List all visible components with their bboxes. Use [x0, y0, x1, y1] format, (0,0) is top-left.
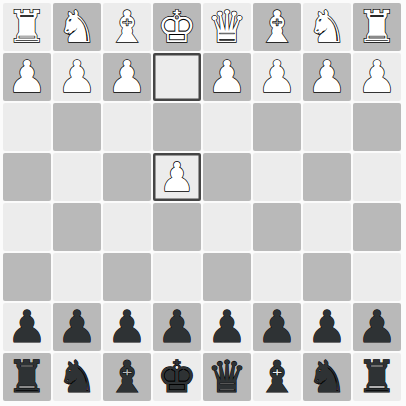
square-c3[interactable]	[253, 103, 301, 151]
square-g4[interactable]	[53, 153, 101, 201]
square-c6[interactable]	[253, 253, 301, 301]
square-a5[interactable]	[353, 203, 401, 251]
square-d4[interactable]	[203, 153, 251, 201]
square-a7[interactable]: ♟	[353, 303, 401, 351]
white-knight: ♞	[57, 3, 96, 51]
square-g6[interactable]	[53, 253, 101, 301]
square-f4[interactable]	[103, 153, 151, 201]
square-d1[interactable]: ♛	[203, 3, 251, 51]
white-bishop: ♝	[107, 3, 146, 51]
square-d7[interactable]: ♟	[203, 303, 251, 351]
square-e5[interactable]	[153, 203, 201, 251]
square-d2[interactable]: ♟	[203, 53, 251, 101]
square-e3[interactable]	[153, 103, 201, 151]
square-d6[interactable]	[203, 253, 251, 301]
square-f7[interactable]: ♟	[103, 303, 151, 351]
square-g8[interactable]: ♞	[53, 353, 101, 401]
square-h3[interactable]	[3, 103, 51, 151]
square-b5[interactable]	[303, 203, 351, 251]
square-f8[interactable]: ♝	[103, 353, 151, 401]
white-king: ♚	[157, 3, 196, 51]
square-c2[interactable]: ♟	[253, 53, 301, 101]
white-rook: ♜	[357, 3, 396, 51]
square-h2[interactable]: ♟	[3, 53, 51, 101]
black-knight: ♞	[57, 353, 96, 401]
square-h8[interactable]: ♜	[3, 353, 51, 401]
square-e6[interactable]	[153, 253, 201, 301]
square-b8[interactable]: ♞	[303, 353, 351, 401]
square-a6[interactable]	[353, 253, 401, 301]
square-e4[interactable]: ♟	[153, 153, 201, 201]
chess-board: ♜♞♝♚♛♝♞♜♟♟♟♟♟♟♟♟♟♟♟♟♟♟♟♟♜♞♝♚♛♝♞♜	[3, 3, 401, 401]
white-pawn: ♟	[107, 53, 146, 101]
square-f3[interactable]	[103, 103, 151, 151]
square-h4[interactable]	[3, 153, 51, 201]
square-d8[interactable]: ♛	[203, 353, 251, 401]
white-knight: ♞	[307, 3, 346, 51]
square-a2[interactable]: ♟	[353, 53, 401, 101]
square-a1[interactable]: ♜	[353, 3, 401, 51]
square-d3[interactable]	[203, 103, 251, 151]
square-g3[interactable]	[53, 103, 101, 151]
square-g1[interactable]: ♞	[53, 3, 101, 51]
square-c5[interactable]	[253, 203, 301, 251]
white-pawn: ♟	[159, 153, 195, 201]
square-f1[interactable]: ♝	[103, 3, 151, 51]
black-pawn: ♟	[307, 303, 346, 351]
square-c4[interactable]	[253, 153, 301, 201]
black-pawn: ♟	[107, 303, 146, 351]
black-queen: ♛	[207, 353, 246, 401]
black-rook: ♜	[7, 353, 46, 401]
white-pawn: ♟	[207, 53, 246, 101]
square-f6[interactable]	[103, 253, 151, 301]
black-bishop: ♝	[107, 353, 146, 401]
white-rook: ♜	[7, 3, 46, 51]
square-b6[interactable]	[303, 253, 351, 301]
square-h5[interactable]	[3, 203, 51, 251]
black-king: ♚	[157, 353, 196, 401]
black-pawn: ♟	[57, 303, 96, 351]
square-h6[interactable]	[3, 253, 51, 301]
square-e7[interactable]: ♟	[153, 303, 201, 351]
white-bishop: ♝	[257, 3, 296, 51]
white-pawn: ♟	[307, 53, 346, 101]
square-b7[interactable]: ♟	[303, 303, 351, 351]
square-e2[interactable]	[153, 53, 201, 101]
white-pawn: ♟	[7, 53, 46, 101]
white-pawn: ♟	[357, 53, 396, 101]
square-a3[interactable]	[353, 103, 401, 151]
black-pawn: ♟	[257, 303, 296, 351]
square-a4[interactable]	[353, 153, 401, 201]
square-f5[interactable]	[103, 203, 151, 251]
square-h7[interactable]: ♟	[3, 303, 51, 351]
square-b1[interactable]: ♞	[303, 3, 351, 51]
white-pawn: ♟	[257, 53, 296, 101]
square-g7[interactable]: ♟	[53, 303, 101, 351]
black-pawn: ♟	[7, 303, 46, 351]
square-d5[interactable]	[203, 203, 251, 251]
square-b2[interactable]: ♟	[303, 53, 351, 101]
black-pawn: ♟	[357, 303, 396, 351]
black-pawn: ♟	[207, 303, 246, 351]
square-g2[interactable]: ♟	[53, 53, 101, 101]
black-bishop: ♝	[257, 353, 296, 401]
square-e1[interactable]: ♚	[153, 3, 201, 51]
square-g5[interactable]	[53, 203, 101, 251]
square-f2[interactable]: ♟	[103, 53, 151, 101]
square-c7[interactable]: ♟	[253, 303, 301, 351]
square-c8[interactable]: ♝	[253, 353, 301, 401]
white-queen: ♛	[207, 3, 246, 51]
black-knight: ♞	[307, 353, 346, 401]
square-c1[interactable]: ♝	[253, 3, 301, 51]
square-a8[interactable]: ♜	[353, 353, 401, 401]
square-h1[interactable]: ♜	[3, 3, 51, 51]
black-pawn: ♟	[157, 303, 196, 351]
chess-board-container: ♜♞♝♚♛♝♞♜♟♟♟♟♟♟♟♟♟♟♟♟♟♟♟♟♜♞♝♚♛♝♞♜	[0, 0, 406, 406]
white-pawn: ♟	[57, 53, 96, 101]
square-e8[interactable]: ♚	[153, 353, 201, 401]
square-b4[interactable]	[303, 153, 351, 201]
black-rook: ♜	[357, 353, 396, 401]
square-b3[interactable]	[303, 103, 351, 151]
